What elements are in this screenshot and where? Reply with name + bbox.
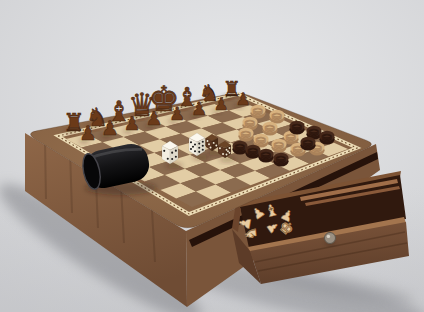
die-pip	[175, 150, 177, 152]
die-pip	[229, 152, 231, 154]
checker-dark: ⛂	[322, 129, 333, 144]
die-pip	[194, 150, 196, 152]
die-pip	[163, 150, 165, 152]
die-pip	[190, 141, 192, 143]
scene-svg: ♟♟♝♟♞♟♚♜♞♝♛♚♝♞♜♟♟♟♟♟♟♟♟⛂⛂⛂⛂⛂⛂⛂⛂⛂⛂⛂⛂⛂⛂⛂⛂⛂…	[0, 0, 424, 312]
drawer-knob	[325, 233, 336, 244]
piece-dark-pawn: ♟	[145, 107, 162, 129]
die-pip	[213, 142, 215, 144]
chess-set-photo: ♟♟♝♟♞♟♚♜♞♝♛♚♝♞♜♟♟♟♟♟♟♟♟⛂⛂⛂⛂⛂⛂⛂⛂⛂⛂⛂⛂⛂⛂⛂⛂⛂…	[0, 0, 424, 312]
checker-dark: ⛂	[248, 143, 259, 158]
piece-dark-pawn: ♟	[79, 121, 97, 145]
die-pip	[194, 143, 196, 145]
checker-dark: ⛂	[261, 147, 272, 162]
die-pip	[207, 140, 209, 142]
die-shadow	[192, 155, 210, 160]
die-pip	[202, 149, 204, 151]
die-pip	[202, 145, 204, 147]
drawer-knob-highlight	[327, 235, 330, 238]
piece-dark-pawn: ♟	[101, 116, 119, 140]
checker-dark: ⛂	[303, 135, 314, 150]
die-shadow	[219, 157, 237, 162]
piece-dark-pawn: ♟	[235, 89, 250, 109]
die-pip	[171, 158, 173, 160]
die-pip	[202, 141, 204, 143]
checker-dark: ⛂	[276, 151, 287, 166]
die-pip	[219, 147, 221, 149]
die-pip	[210, 147, 212, 149]
checker-light: ⛂	[274, 137, 285, 152]
die-pip	[208, 143, 210, 145]
die-pip	[175, 156, 177, 158]
die-pip	[198, 147, 200, 149]
die-pip	[190, 148, 192, 150]
checker-dark: ⛂	[235, 139, 246, 154]
die-pip	[215, 145, 217, 147]
die-pip	[229, 147, 231, 149]
die-pip	[226, 149, 228, 151]
drawer-piece-light-knight: ♞	[241, 226, 260, 241]
die-pip	[198, 151, 200, 153]
die-pip	[192, 146, 194, 148]
die-pip	[227, 150, 229, 152]
die-pip	[222, 153, 224, 155]
die-pip	[167, 158, 169, 160]
checker-dark: ⛂	[292, 119, 303, 134]
die-shadow	[165, 163, 183, 168]
die-pip	[198, 143, 200, 145]
piece-dark-pawn: ♟	[123, 112, 140, 134]
piece-dark-pawn: ♟	[213, 94, 228, 114]
die-pip	[226, 154, 228, 156]
die-pip	[171, 152, 173, 154]
piece-dark-pawn: ♟	[169, 103, 185, 124]
piece-dark-pawn: ♟	[191, 98, 207, 119]
